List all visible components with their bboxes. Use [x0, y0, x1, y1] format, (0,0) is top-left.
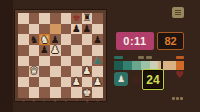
square-h6[interactable]: ♟ — [92, 34, 103, 45]
black-pawn[interactable]: ♟ — [72, 24, 81, 34]
progress-marker-3 — [176, 56, 184, 59]
heart-icon: ♥ — [175, 70, 184, 80]
square-b2[interactable] — [29, 77, 40, 88]
square-c5[interactable]: ♟ — [39, 45, 50, 56]
timer-value: 0:11 — [123, 35, 146, 47]
square-f5[interactable] — [71, 45, 82, 56]
square-f2[interactable]: ♟ — [71, 77, 82, 88]
square-c2[interactable] — [39, 77, 50, 88]
square-a2[interactable] — [18, 77, 29, 88]
square-a5[interactable] — [18, 45, 29, 56]
square-a1[interactable] — [18, 87, 29, 98]
square-b6[interactable]: ♞ — [29, 34, 40, 45]
black-pawn[interactable]: ♟ — [83, 24, 92, 34]
timer-display: 0:11 — [116, 32, 154, 50]
square-d7[interactable] — [50, 24, 61, 35]
square-d8[interactable] — [50, 13, 61, 24]
square-c8[interactable] — [39, 13, 50, 24]
black-pawn[interactable]: ♟ — [93, 35, 102, 45]
square-c1[interactable] — [39, 87, 50, 98]
square-h4[interactable]: ♟ — [92, 56, 103, 67]
black-pawn[interactable]: ♟ — [93, 56, 102, 66]
progress-segment-1 — [123, 61, 132, 70]
footer-mark — [172, 97, 183, 100]
square-g5[interactable] — [82, 45, 93, 56]
file-label-c: c — [39, 99, 50, 103]
square-a4[interactable] — [18, 56, 29, 67]
square-d4[interactable] — [50, 56, 61, 67]
square-f1[interactable] — [71, 87, 82, 98]
black-rook[interactable]: ♜ — [83, 13, 92, 23]
black-pawn[interactable]: ♟ — [51, 35, 60, 45]
square-c7[interactable] — [39, 24, 50, 35]
pawn-badge: ♟ — [114, 72, 128, 86]
progress-marker-0 — [114, 56, 123, 59]
square-b1[interactable] — [29, 87, 40, 98]
square-b3[interactable]: ♛ — [29, 66, 40, 77]
square-b7[interactable] — [29, 24, 40, 35]
square-f4[interactable] — [71, 56, 82, 67]
menu-lines-icon — [175, 10, 181, 15]
square-g6[interactable] — [82, 34, 93, 45]
file-label-g: g — [82, 99, 93, 103]
square-e4[interactable] — [61, 56, 72, 67]
square-e7[interactable] — [61, 24, 72, 35]
board-file-labels: abcdefgh — [18, 99, 103, 103]
square-e8[interactable] — [61, 13, 72, 24]
score-display: 82 — [157, 32, 184, 50]
progress-segment-2 — [132, 61, 141, 70]
square-c3[interactable] — [39, 66, 50, 77]
white-pawn[interactable]: ♟ — [83, 66, 92, 76]
square-h7[interactable] — [92, 24, 103, 35]
game-screen: ♚♜♟♟♞♞♟♟♟♟♟♛♟♟♟♚ abcdefgh 0:11 82 ♟ 24 ♥ — [0, 0, 200, 112]
square-h2[interactable]: ♟ — [92, 77, 103, 88]
menu-button[interactable] — [172, 7, 184, 18]
progress-marker-2 — [146, 56, 152, 59]
white-pawn[interactable]: ♟ — [51, 45, 60, 55]
chess-board[interactable]: ♚♜♟♟♞♞♟♟♟♟♟♛♟♟♟♚ — [18, 13, 103, 98]
file-label-f: f — [71, 99, 82, 103]
black-king[interactable]: ♚ — [72, 13, 81, 23]
white-pawn[interactable]: ♟ — [72, 77, 81, 87]
square-e2[interactable] — [61, 77, 72, 88]
square-g2[interactable] — [82, 77, 93, 88]
square-c4[interactable] — [39, 56, 50, 67]
square-b8[interactable] — [29, 13, 40, 24]
square-f6[interactable] — [71, 34, 82, 45]
square-g1[interactable]: ♚ — [82, 87, 93, 98]
progress-segment-0 — [114, 61, 123, 70]
white-king[interactable]: ♚ — [83, 88, 92, 98]
square-a7[interactable] — [18, 24, 29, 35]
square-d5[interactable]: ♟ — [50, 45, 61, 56]
file-label-h: h — [92, 99, 103, 103]
progress-marker-1 — [138, 56, 144, 59]
file-label-b: b — [29, 99, 40, 103]
left-edge-band — [0, 0, 13, 112]
square-e3[interactable] — [61, 66, 72, 77]
square-d1[interactable] — [50, 87, 61, 98]
piece-counter: 24 — [142, 69, 164, 90]
square-g3[interactable]: ♟ — [82, 66, 93, 77]
file-label-d: d — [50, 99, 61, 103]
white-pawn[interactable]: ♟ — [93, 77, 102, 87]
square-d2[interactable] — [50, 77, 61, 88]
square-b5[interactable] — [29, 45, 40, 56]
square-f7[interactable]: ♟ — [71, 24, 82, 35]
pawn-icon: ♟ — [117, 75, 125, 84]
file-label-e: e — [61, 99, 72, 103]
square-e1[interactable] — [61, 87, 72, 98]
black-pawn[interactable]: ♟ — [40, 45, 49, 55]
square-h5[interactable] — [92, 45, 103, 56]
square-a8[interactable] — [18, 13, 29, 24]
square-h8[interactable] — [92, 13, 103, 24]
square-d3[interactable] — [50, 66, 61, 77]
square-g7[interactable]: ♟ — [82, 24, 93, 35]
file-label-a: a — [18, 99, 29, 103]
square-h1[interactable] — [92, 87, 103, 98]
white-queen[interactable]: ♛ — [29, 66, 38, 76]
progress-markers — [114, 56, 184, 59]
square-a6[interactable] — [18, 34, 29, 45]
dimmed-slot — [131, 74, 142, 85]
square-a3[interactable] — [18, 66, 29, 77]
piece-counter-value: 24 — [146, 73, 159, 87]
square-e5[interactable] — [61, 45, 72, 56]
square-e6[interactable] — [61, 34, 72, 45]
black-knight[interactable]: ♞ — [29, 35, 38, 45]
score-value: 82 — [164, 35, 176, 47]
